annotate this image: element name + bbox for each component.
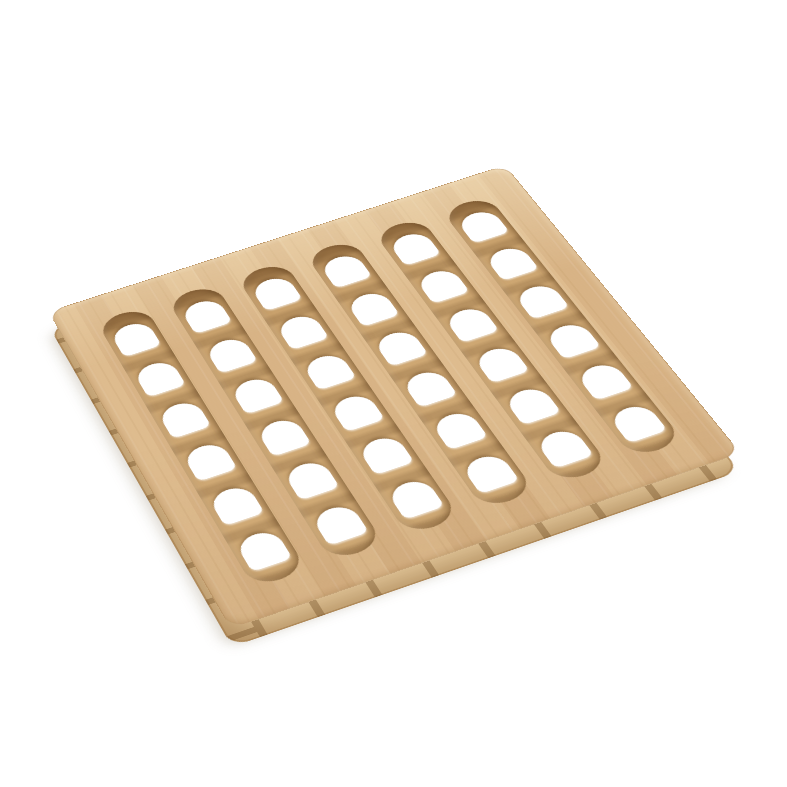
vent-hole bbox=[534, 427, 594, 469]
vent-hole bbox=[310, 502, 369, 545]
vent-hole bbox=[472, 344, 529, 383]
vent-hole bbox=[607, 402, 667, 443]
vent-hole bbox=[204, 335, 258, 373]
vent-hole bbox=[132, 358, 186, 397]
vent-hole bbox=[249, 274, 302, 311]
vent-hole bbox=[275, 312, 329, 350]
vent-hole bbox=[455, 208, 509, 243]
vent-hole bbox=[401, 368, 458, 408]
vent-hole bbox=[234, 528, 292, 572]
vent-hole bbox=[543, 321, 601, 360]
vent-hole bbox=[229, 375, 284, 414]
vent-hole bbox=[156, 399, 211, 439]
vent-hole bbox=[255, 416, 311, 457]
trivet-top bbox=[48, 165, 741, 629]
vent-hole bbox=[181, 440, 237, 481]
vent-hole bbox=[372, 328, 428, 366]
vent-hole bbox=[109, 320, 162, 358]
photo-background bbox=[0, 0, 787, 787]
vent-hole bbox=[345, 289, 400, 326]
vent-hole bbox=[575, 361, 634, 401]
vent-hole bbox=[460, 452, 520, 494]
vent-hole bbox=[430, 409, 488, 450]
vent-hole bbox=[484, 244, 539, 280]
vent-hole bbox=[207, 483, 264, 526]
vent-hole bbox=[356, 434, 414, 475]
vent-hole bbox=[282, 458, 340, 500]
vent-hole bbox=[503, 385, 562, 425]
vent-hole bbox=[301, 351, 357, 390]
vent-hole bbox=[415, 267, 470, 304]
vent-hole bbox=[387, 230, 441, 266]
vent-hole bbox=[385, 477, 444, 520]
vent-hole bbox=[513, 282, 570, 320]
vent-hole bbox=[318, 252, 372, 288]
vent-hole bbox=[443, 305, 499, 343]
vent-hole bbox=[179, 297, 232, 334]
vent-hole bbox=[328, 392, 385, 432]
